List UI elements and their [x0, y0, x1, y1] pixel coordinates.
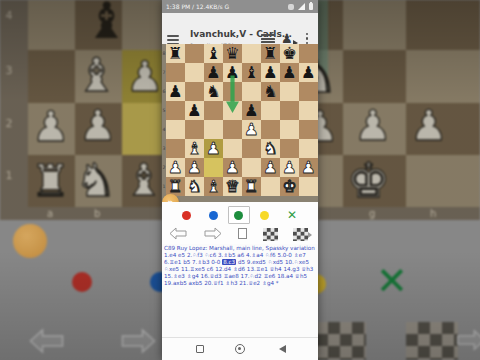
status-text: 1:38 PM / 12.4KB/s G: [166, 3, 229, 10]
white-piece-c1: ♝: [204, 177, 223, 196]
square-d1[interactable]: ♛: [223, 177, 242, 196]
bg-checker-icon-blurred: [318, 322, 366, 360]
black-piece-e7: ♝: [242, 63, 261, 82]
bg-square: [343, 50, 406, 103]
status-bar: 1:38 PM / 12.4KB/s G: [162, 0, 318, 13]
annotation-dots-row: ✕: [162, 202, 318, 226]
moves-panel[interactable]: C89 Ruy Lopez: Marshall, main line, Spas…: [164, 245, 316, 286]
black-piece-f8: ♜: [261, 44, 280, 63]
square-e5[interactable]: ♟: [242, 101, 261, 120]
square-h6[interactable]: [299, 82, 318, 101]
blurred-white-piece: ♟: [354, 105, 392, 147]
square-a2[interactable]: ♟: [166, 158, 185, 177]
square-e2[interactable]: [242, 158, 261, 177]
square-f5[interactable]: [261, 101, 280, 120]
square-b1[interactable]: ♞: [185, 177, 204, 196]
square-h2[interactable]: ♟: [299, 158, 318, 177]
back-button[interactable]: [279, 345, 286, 353]
bg-file-strip: [0, 207, 162, 220]
square-g5[interactable]: [280, 101, 299, 120]
square-g1[interactable]: ♚: [280, 177, 299, 196]
next-move-button[interactable]: [204, 227, 222, 240]
square-g3[interactable]: [280, 139, 299, 158]
stop-button[interactable]: [238, 228, 247, 239]
blurred-background-right: g h ✕ ♞♟♟♟♚: [318, 0, 480, 360]
square-f7[interactable]: ♟: [261, 63, 280, 82]
bg-checker-icon-blurred: [406, 322, 458, 360]
goto-start-board-icon[interactable]: [263, 228, 278, 241]
white-piece-c3: ♟: [204, 139, 223, 158]
blurred-white-piece: ♟: [79, 105, 117, 147]
square-a3[interactable]: [166, 139, 185, 158]
square-a7[interactable]: [166, 63, 185, 82]
square-b7[interactable]: [185, 63, 204, 82]
square-b2[interactable]: ♟: [185, 158, 204, 177]
bg-file-strip: [318, 207, 480, 220]
bg-square: [406, 0, 480, 50]
square-e6[interactable]: [242, 82, 261, 101]
blue-annotation-dot[interactable]: [209, 211, 218, 220]
square-g4[interactable]: [280, 120, 299, 139]
square-g2[interactable]: ♟: [280, 158, 299, 177]
phone-screen: 1:38 PM / 12.4KB/s G Ivanchuk,V - Carls.…: [162, 0, 318, 360]
android-navigation-bar: [162, 337, 318, 360]
square-e8[interactable]: [242, 44, 261, 63]
blurred-white-piece: ♟: [410, 105, 448, 147]
square-f2[interactable]: ♟: [261, 158, 280, 177]
previous-move-button[interactable]: [169, 227, 187, 240]
bg-rank-label: 2: [2, 117, 16, 130]
bg-rank-label: 4: [2, 9, 16, 22]
square-d3[interactable]: [223, 139, 242, 158]
blurred-white-piece: ♞: [318, 53, 337, 99]
movetext: 1.e4 e5 2.♘f3 ♘c6 3.♗b5 a6 4.♗a4 ♘f6 5.0…: [164, 252, 316, 287]
signal-icon: [298, 3, 305, 10]
black-piece-b5: ♟: [185, 101, 204, 120]
bg-board-arrow-blurred: [456, 328, 480, 352]
square-h8[interactable]: [299, 44, 318, 63]
square-d7[interactable]: ♟: [223, 63, 242, 82]
square-a4[interactable]: [166, 120, 185, 139]
clear-annotations-icon[interactable]: ✕: [287, 208, 297, 222]
square-f4[interactable]: [261, 120, 280, 139]
square-c5[interactable]: [204, 101, 223, 120]
yellow-annotation-dot[interactable]: [260, 211, 269, 220]
white-piece-f2: ♟: [261, 158, 280, 177]
white-piece-b1: ♞: [185, 177, 204, 196]
game-title: Ivanchuk,V - Carls...: [190, 29, 292, 39]
square-b3[interactable]: ♝: [185, 139, 204, 158]
bg-red-dot-blurred: [72, 272, 92, 292]
square-d4[interactable]: [223, 120, 242, 139]
navigation-controls-row: [162, 226, 318, 244]
black-piece-h7: ♟: [299, 63, 318, 82]
black-piece-d8: ♛: [223, 44, 242, 63]
white-piece-a2: ♟: [166, 158, 185, 177]
square-f1[interactable]: [261, 177, 280, 196]
black-piece-c8: ♝: [204, 44, 223, 63]
bg-rank-label: 3: [2, 64, 16, 77]
red-annotation-dot[interactable]: [182, 211, 191, 220]
blurred-white-piece: ♝: [76, 52, 117, 98]
bg-rank-label: 1: [2, 169, 16, 182]
white-piece-b2: ♟: [185, 158, 204, 177]
black-piece-g7: ♟: [280, 63, 299, 82]
white-piece-g2: ♟: [280, 158, 299, 177]
white-piece-h2: ♟: [299, 158, 318, 177]
square-d5[interactable]: [223, 101, 242, 120]
black-piece-e5: ♟: [242, 101, 261, 120]
square-c6[interactable]: ♞: [204, 82, 223, 101]
white-piece-d1: ♛: [223, 177, 242, 196]
green-annotation-dot[interactable]: [234, 211, 243, 220]
black-piece-d7: ♟: [223, 63, 242, 82]
square-b4[interactable]: [185, 120, 204, 139]
blurred-white-piece: ♟: [126, 56, 162, 98]
bg-next-arrow-blurred: [120, 328, 157, 354]
bg-file-label: h: [430, 208, 436, 219]
square-b6[interactable]: [185, 82, 204, 101]
black-piece-g8: ♚: [280, 44, 299, 63]
white-piece-d2: ♟: [223, 158, 242, 177]
square-e1[interactable]: ♜: [242, 177, 261, 196]
chess-board[interactable]: ♜♝♛♜♚♟♟♝♟♟♟♟♞♞♟♟♟♝♟♞♟♟♟♟♟♟♜♞♝♛♜♚: [166, 44, 318, 196]
square-a6[interactable]: ♟: [166, 82, 185, 101]
app-bar: Ivanchuk,V - Carls... favorites (70) ♟: [162, 13, 318, 44]
bg-fab-blurred: [13, 224, 47, 258]
square-f8[interactable]: ♜: [261, 44, 280, 63]
battery-icon: [309, 3, 313, 10]
square-e7[interactable]: ♝: [242, 63, 261, 82]
square-b5[interactable]: ♟: [185, 101, 204, 120]
square-h7[interactable]: ♟: [299, 63, 318, 82]
screenshot-root: 4 3 2 1 a b ♝♝♟♟♜♞♟♝: [0, 0, 480, 360]
white-piece-e1: ♜: [242, 177, 261, 196]
home-button[interactable]: [235, 344, 245, 354]
black-piece-a8: ♜: [166, 44, 185, 63]
blurred-dark-piece: ♝: [84, 0, 129, 46]
square-d2[interactable]: ♟: [223, 158, 242, 177]
opening-name: C89 Ruy Lopez: Marshall, main line, Spas…: [164, 245, 316, 252]
bg-square: [406, 50, 480, 103]
square-h3[interactable]: [299, 139, 318, 158]
current-move[interactable]: 8.c3: [222, 259, 236, 265]
network-activity-icon: [288, 4, 294, 10]
bg-file-label: g: [369, 208, 375, 219]
blurred-white-piece: ♜: [31, 159, 70, 203]
square-g6[interactable]: [280, 82, 299, 101]
bg-prev-arrow-blurred: [28, 328, 65, 354]
bg-clear-x-blurred: ✕: [376, 262, 408, 300]
white-piece-b3: ♝: [185, 139, 204, 158]
square-h1[interactable]: [299, 177, 318, 196]
square-e4[interactable]: ♟: [242, 120, 261, 139]
bg-square: [28, 0, 75, 50]
bg-file-label: b: [94, 208, 100, 219]
black-piece-c6: ♞: [204, 82, 223, 101]
square-h4[interactable]: [299, 120, 318, 139]
bg-square: [318, 155, 343, 207]
square-f3[interactable]: ♞: [261, 139, 280, 158]
square-e3[interactable]: [242, 139, 261, 158]
bg-square-highlight: [122, 103, 162, 155]
blurred-white-piece: ♝: [124, 158, 162, 202]
blurred-white-piece: ♞: [75, 157, 116, 203]
bg-square: [343, 0, 406, 50]
square-c8[interactable]: ♝: [204, 44, 223, 63]
bg-square: [28, 50, 75, 103]
square-c7[interactable]: ♟: [204, 63, 223, 82]
board-area: 87654321 ♜♝♛♜♚♟♟♝♟♟♟♟♞♞♟♟♟♝♟♞♟♟♟♟♟♟♜♞♝♛♜…: [162, 44, 318, 202]
blurred-white-piece: ♟: [318, 106, 339, 148]
square-g7[interactable]: ♟: [280, 63, 299, 82]
square-b8[interactable]: [185, 44, 204, 63]
white-piece-e4: ♟: [242, 120, 261, 139]
black-piece-f6: ♞: [261, 82, 280, 101]
square-d8[interactable]: ♛: [223, 44, 242, 63]
blurred-white-piece: ♚: [347, 156, 390, 204]
white-piece-f3: ♞: [261, 139, 280, 158]
square-c2[interactable]: [204, 158, 223, 177]
square-a8[interactable]: ♜: [166, 44, 185, 63]
blurred-background-left: 4 3 2 1 a b ♝♝♟♟♜♞♟♝: [0, 0, 162, 360]
blurred-white-piece: ♟: [32, 106, 70, 148]
bg-square: [406, 155, 480, 207]
square-c4[interactable]: [204, 120, 223, 139]
square-d6[interactable]: [223, 82, 242, 101]
white-piece-g1: ♚: [280, 177, 299, 196]
black-piece-c7: ♟: [204, 63, 223, 82]
square-a5[interactable]: [166, 101, 185, 120]
bg-file-label: a: [47, 208, 53, 219]
black-piece-f7: ♟: [261, 63, 280, 82]
black-piece-a6: ♟: [166, 82, 185, 101]
square-c3[interactable]: ♟: [204, 139, 223, 158]
square-h5[interactable]: [299, 101, 318, 120]
recents-button[interactable]: [196, 345, 204, 353]
goto-end-board-icon[interactable]: [293, 228, 308, 241]
square-c1[interactable]: ♝: [204, 177, 223, 196]
square-f6[interactable]: ♞: [261, 82, 280, 101]
square-g8[interactable]: ♚: [280, 44, 299, 63]
